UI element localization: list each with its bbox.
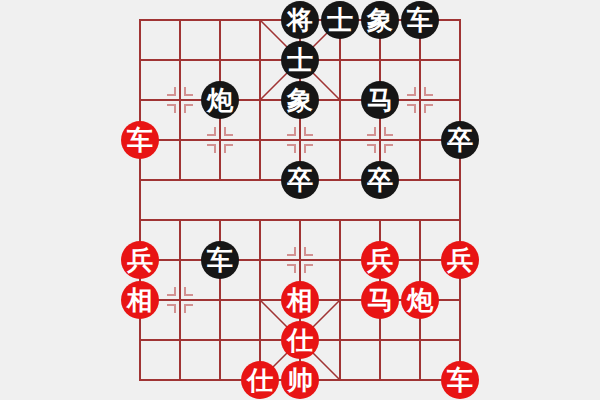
piece-red-advisor[interactable]: 仕 [241,361,279,399]
board-cell [141,341,181,379]
piece-black-cannon[interactable]: 炮 [201,81,239,119]
piece-red-soldier[interactable]: 兵 [441,241,479,279]
piece-red-cannon[interactable]: 炮 [401,281,439,319]
river-cell [421,181,459,221]
piece-black-soldier[interactable]: 卒 [361,161,399,199]
piece-red-elephant[interactable]: 相 [121,281,159,319]
piece-red-elephant[interactable]: 相 [281,281,319,319]
board-cell [381,341,421,379]
piece-black-soldier[interactable]: 卒 [441,121,479,159]
piece-black-elephant[interactable]: 象 [281,81,319,119]
board-cell [301,221,341,261]
board-cell [141,61,181,101]
piece-red-advisor[interactable]: 仕 [281,321,319,359]
board-cell [181,141,221,181]
board-cell [221,301,261,341]
board-cell [421,61,459,101]
piece-red-horse[interactable]: 马 [361,281,399,319]
piece-black-soldier[interactable]: 卒 [281,161,319,199]
piece-black-elephant[interactable]: 象 [361,1,399,39]
river-cell [181,181,221,221]
piece-red-chariot[interactable]: 车 [441,361,479,399]
board-cell [221,141,261,181]
piece-black-advisor[interactable]: 士 [321,1,359,39]
piece-black-general[interactable]: 将 [281,1,319,39]
piece-black-horse[interactable]: 马 [361,81,399,119]
board-cell [181,341,221,379]
board-cell [181,301,221,341]
board-cell [261,221,301,261]
board-cell [181,21,221,61]
piece-black-chariot[interactable]: 车 [401,1,439,39]
piece-black-advisor[interactable]: 士 [281,41,319,79]
piece-red-general[interactable]: 帅 [281,361,319,399]
piece-black-chariot[interactable]: 车 [201,241,239,279]
piece-red-soldier[interactable]: 兵 [121,241,159,279]
xiangqi-board-screen: 将士象车士炮象马卒卒卒车车兵兵兵相相马炮仕仕帅车 [0,0,600,400]
board-cell [141,21,181,61]
river-cell [141,181,181,221]
board-cell [341,341,381,379]
piece-red-soldier[interactable]: 兵 [361,241,399,279]
piece-red-chariot[interactable]: 车 [121,121,159,159]
board-cell [221,21,261,61]
river-cell [221,181,261,221]
